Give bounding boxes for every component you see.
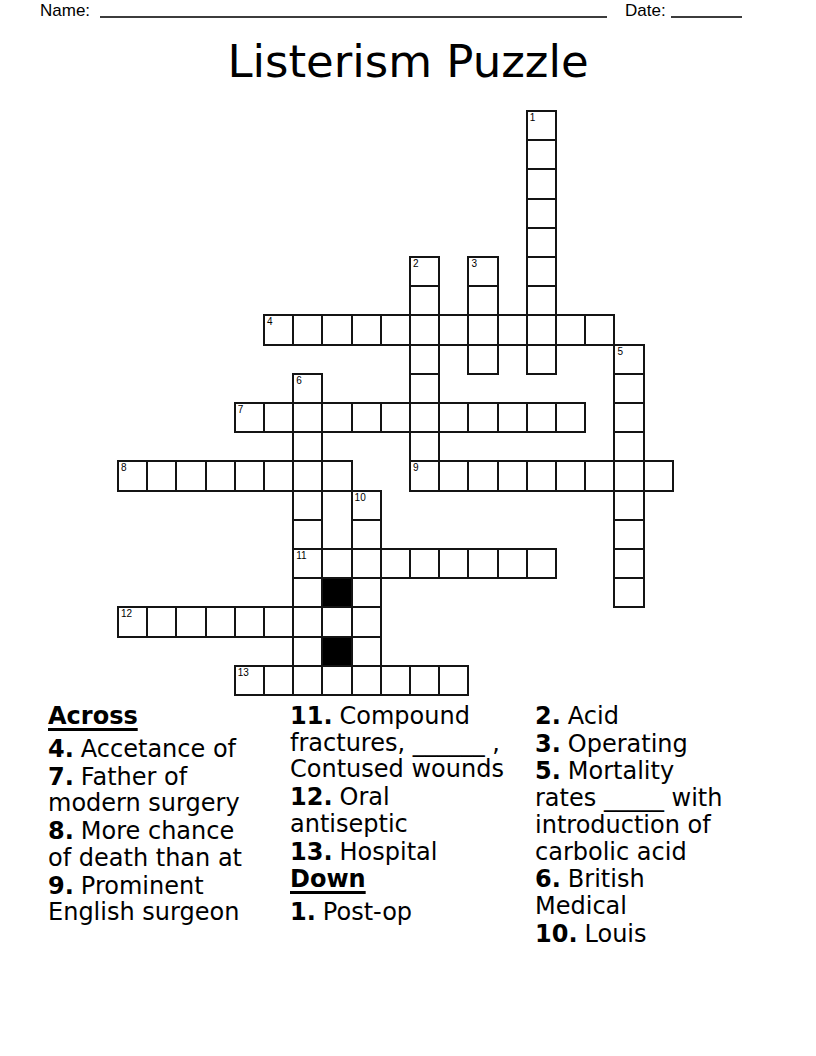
- clue-line: 3.Operating: [535, 731, 722, 758]
- grid-cell[interactable]: [263, 402, 294, 433]
- grid-cell[interactable]: [175, 606, 206, 637]
- clue-10: 10.Louis: [535, 921, 722, 948]
- grid-cell[interactable]: [555, 460, 586, 491]
- clue-line: rates _____ with: [535, 785, 722, 812]
- grid-cell[interactable]: [613, 460, 644, 491]
- grid-cell[interactable]: [467, 548, 498, 579]
- clue-7: 7.Father ofmodern surgery: [48, 764, 242, 817]
- grid-cell[interactable]: [292, 636, 323, 667]
- grid-cell[interactable]: [321, 548, 352, 579]
- clue-line: English surgeon: [48, 899, 242, 926]
- grid-cell[interactable]: 2: [409, 256, 440, 287]
- grid-cell[interactable]: [613, 577, 644, 608]
- grid-cell[interactable]: [292, 402, 323, 433]
- grid-cell[interactable]: [351, 402, 382, 433]
- clue-line: 13.Hospital: [290, 839, 504, 866]
- grid-cell[interactable]: [613, 490, 644, 521]
- clue-line: of death than at: [48, 845, 242, 872]
- clue-line: 1.Post-op: [290, 899, 504, 926]
- cell-number: 9: [413, 462, 419, 473]
- grid-cell[interactable]: 9: [409, 460, 440, 491]
- grid-cell[interactable]: [292, 314, 323, 345]
- grid-cell[interactable]: [467, 314, 498, 345]
- grid-cell[interactable]: [321, 460, 352, 491]
- grid-cell[interactable]: [409, 665, 440, 696]
- grid-cell[interactable]: [613, 519, 644, 550]
- name-label: Name:: [40, 2, 90, 20]
- grid-cell[interactable]: [234, 460, 265, 491]
- grid-cell[interactable]: [467, 402, 498, 433]
- grid-cell[interactable]: [351, 519, 382, 550]
- grid-cell[interactable]: [526, 402, 557, 433]
- grid-cell[interactable]: 11: [292, 548, 323, 579]
- clue-line: carbolic acid: [535, 839, 722, 866]
- clue-line: 10.Louis: [535, 921, 722, 948]
- clue-number-label: 3.: [535, 730, 561, 758]
- clue-number-label: 6.: [535, 865, 561, 893]
- cell-number: 2: [413, 258, 419, 269]
- grid-cell[interactable]: [234, 606, 265, 637]
- cell-number: 3: [471, 258, 477, 269]
- grid-cell[interactable]: [351, 314, 382, 345]
- cell-number: 10: [355, 492, 366, 503]
- grid-cell[interactable]: [643, 460, 674, 491]
- grid-cell[interactable]: 8: [117, 460, 148, 491]
- clue-number-label: 10.: [535, 920, 578, 948]
- grid-cell[interactable]: [526, 460, 557, 491]
- grid-cell[interactable]: [555, 314, 586, 345]
- clue-13: 13.Hospital: [290, 839, 504, 866]
- clue-6: 6.BritishMedical: [535, 866, 722, 919]
- grid-cell[interactable]: [497, 314, 528, 345]
- grid-cell[interactable]: 4: [263, 314, 294, 345]
- grid-cell[interactable]: [292, 490, 323, 521]
- grid-cell[interactable]: [292, 577, 323, 608]
- grid-cell[interactable]: [351, 548, 382, 579]
- name-write-line[interactable]: [100, 16, 607, 18]
- clue-number-label: 7.: [48, 763, 74, 791]
- grid-cell[interactable]: [526, 285, 557, 316]
- grid-cell[interactable]: [351, 665, 382, 696]
- grid-cell[interactable]: [438, 460, 469, 491]
- grid-cell[interactable]: [292, 431, 323, 462]
- cell-number: 13: [238, 667, 249, 678]
- grid-cell[interactable]: [409, 548, 440, 579]
- grid-cell[interactable]: [380, 548, 411, 579]
- black-cell: [321, 636, 352, 667]
- grid-cell[interactable]: [613, 548, 644, 579]
- black-cell: [321, 577, 352, 608]
- grid-cell[interactable]: [321, 314, 352, 345]
- clue-2: 2.Acid: [535, 703, 722, 730]
- cell-number: 6: [296, 375, 302, 386]
- grid-cell[interactable]: [175, 460, 206, 491]
- grid-cell[interactable]: [321, 606, 352, 637]
- grid-cell[interactable]: 12: [117, 606, 148, 637]
- grid-cell[interactable]: 13: [234, 665, 265, 696]
- grid-cell[interactable]: [292, 606, 323, 637]
- grid-cell[interactable]: [497, 402, 528, 433]
- grid-cell[interactable]: [526, 344, 557, 375]
- grid-cell[interactable]: [526, 198, 557, 229]
- page-title: Listerism Puzzle: [0, 36, 816, 88]
- grid-cell[interactable]: 6: [292, 373, 323, 404]
- clue-number-label: 12.: [290, 783, 333, 811]
- grid-cell[interactable]: 3: [467, 256, 498, 287]
- grid-cell[interactable]: [438, 402, 469, 433]
- cell-number: 4: [267, 316, 273, 327]
- cell-number: 11: [296, 550, 306, 561]
- clue-line: 7.Father of: [48, 764, 242, 791]
- grid-cell[interactable]: [409, 285, 440, 316]
- grid-cell[interactable]: [526, 139, 557, 170]
- clue-number-label: 1.: [290, 898, 316, 926]
- grid-cell[interactable]: [526, 256, 557, 287]
- clue-line: 6.British: [535, 866, 722, 893]
- down-heading: Down: [290, 866, 504, 893]
- grid-cell[interactable]: [467, 285, 498, 316]
- clue-number-label: 2.: [535, 702, 561, 730]
- clue-12: 12.Oralantiseptic: [290, 784, 504, 837]
- grid-cell[interactable]: [613, 373, 644, 404]
- grid-cell[interactable]: [438, 314, 469, 345]
- cell-number: 7: [238, 404, 244, 415]
- grid-cell[interactable]: [438, 665, 469, 696]
- cell-number: 1: [530, 112, 536, 123]
- cell-number: 8: [121, 462, 127, 473]
- clue-line: 12.Oral: [290, 784, 504, 811]
- grid-cell[interactable]: [613, 402, 644, 433]
- clue-line: 4.Accetance of: [48, 736, 242, 763]
- grid-cell[interactable]: [380, 665, 411, 696]
- grid-cell[interactable]: [409, 314, 440, 345]
- grid-cell[interactable]: [351, 636, 382, 667]
- date-label: Date:: [625, 2, 666, 20]
- grid-cell[interactable]: [351, 577, 382, 608]
- clue-11: 11.Compoundfractures, ______ ,Contused w…: [290, 703, 504, 783]
- clue-line: modern surgery: [48, 790, 242, 817]
- grid-cell[interactable]: [613, 431, 644, 462]
- clue-8: 8.More chanceof death than at: [48, 818, 242, 871]
- grid-cell[interactable]: [409, 373, 440, 404]
- grid-cell[interactable]: [526, 314, 557, 345]
- clue-9: 9.ProminentEnglish surgeon: [48, 873, 242, 926]
- clue-line: 5.Mortality: [535, 758, 722, 785]
- grid-cell[interactable]: [205, 460, 236, 491]
- grid-cell[interactable]: [146, 460, 177, 491]
- grid-cell[interactable]: [584, 314, 615, 345]
- grid-cell[interactable]: [263, 606, 294, 637]
- clue-number-label: 11.: [290, 702, 333, 730]
- grid-cell[interactable]: 10: [351, 490, 382, 521]
- grid-cell[interactable]: [526, 227, 557, 258]
- grid-cell[interactable]: [351, 606, 382, 637]
- grid-cell[interactable]: [146, 606, 177, 637]
- grid-cell[interactable]: [438, 548, 469, 579]
- grid-cell[interactable]: [526, 168, 557, 199]
- clue-line: Contused wounds: [290, 756, 504, 783]
- grid-cell[interactable]: [292, 460, 323, 491]
- grid-cell[interactable]: [321, 665, 352, 696]
- clue-line: introduction of: [535, 812, 722, 839]
- grid-cell[interactable]: [292, 519, 323, 550]
- clue-line: antiseptic: [290, 811, 504, 838]
- grid-cell[interactable]: [409, 402, 440, 433]
- clue-column-1: Across4.Accetance of7.Father ofmodern su…: [48, 703, 242, 927]
- cell-number: 5: [617, 346, 623, 357]
- grid-cell[interactable]: [263, 665, 294, 696]
- grid-cell[interactable]: [292, 665, 323, 696]
- clue-3: 3.Operating: [535, 731, 722, 758]
- crossword-grid: 12345678910111213: [117, 110, 674, 696]
- grid-cell[interactable]: [467, 344, 498, 375]
- date-write-line[interactable]: [671, 16, 742, 18]
- clue-column-3: 2.Acid3.Operating5.Mortalityrates _____ …: [535, 703, 722, 948]
- cell-number: 12: [121, 608, 132, 619]
- clue-4: 4.Accetance of: [48, 736, 242, 763]
- clue-number-label: 4.: [48, 735, 74, 763]
- grid-cell[interactable]: [263, 460, 294, 491]
- grid-cell[interactable]: [497, 548, 528, 579]
- clue-number-label: 13.: [290, 838, 333, 866]
- grid-cell[interactable]: [380, 402, 411, 433]
- grid-cell[interactable]: [380, 314, 411, 345]
- clue-line: 8.More chance: [48, 818, 242, 845]
- grid-cell[interactable]: [555, 402, 586, 433]
- clue-number-label: 8.: [48, 817, 74, 845]
- grid-cell[interactable]: [497, 460, 528, 491]
- grid-cell[interactable]: [409, 344, 440, 375]
- grid-cell[interactable]: [409, 431, 440, 462]
- clue-line: Medical: [535, 893, 722, 920]
- grid-cell[interactable]: [321, 402, 352, 433]
- grid-cell[interactable]: 1: [526, 110, 557, 141]
- grid-cell[interactable]: [205, 606, 236, 637]
- clue-number-label: 9.: [48, 872, 74, 900]
- grid-cell[interactable]: [584, 460, 615, 491]
- clue-line: 11.Compound: [290, 703, 504, 730]
- clue-number-label: 5.: [535, 757, 561, 785]
- clue-5: 5.Mortalityrates _____ withintroduction …: [535, 758, 722, 865]
- grid-cell[interactable]: 7: [234, 402, 265, 433]
- grid-cell[interactable]: [526, 548, 557, 579]
- clue-line: 2.Acid: [535, 703, 722, 730]
- clue-column-2: 11.Compoundfractures, ______ ,Contused w…: [290, 703, 504, 927]
- clue-line: fractures, ______ ,: [290, 730, 504, 757]
- clue-1: 1.Post-op: [290, 899, 504, 926]
- grid-cell[interactable]: 5: [613, 344, 644, 375]
- grid-cell[interactable]: [467, 460, 498, 491]
- across-heading: Across: [48, 703, 242, 730]
- clue-line: 9.Prominent: [48, 873, 242, 900]
